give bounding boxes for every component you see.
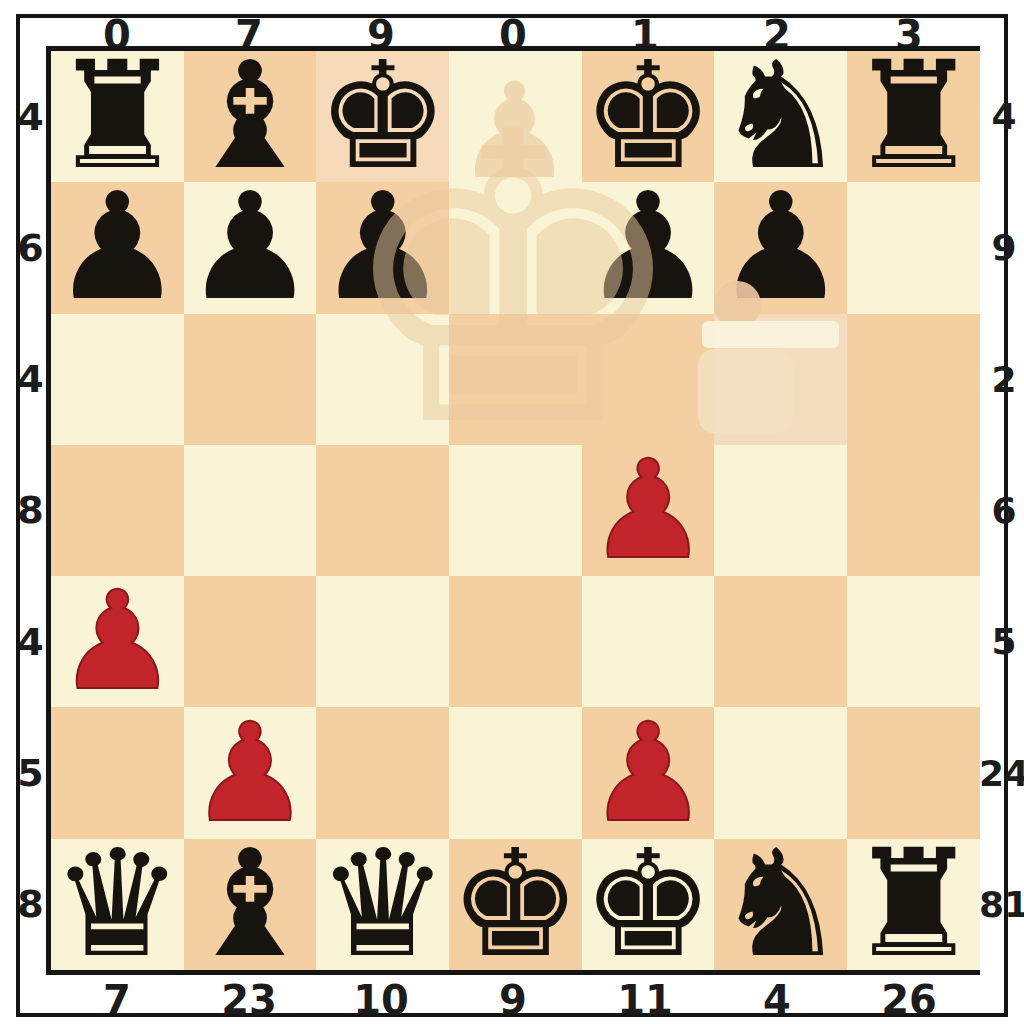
left-labels: 4648458 (15, 51, 46, 970)
square-r5c5[interactable] (582, 576, 715, 707)
black-knight-piece: ♞ (714, 51, 847, 182)
square-r2c7[interactable] (847, 182, 980, 313)
left-label-6: 5 (15, 707, 46, 838)
square-r1c4[interactable] (449, 51, 582, 182)
right-label-6: 24 (979, 707, 1024, 838)
square-r5c3[interactable] (316, 576, 449, 707)
square-r2c6[interactable]: ♟ (714, 182, 847, 313)
left-label-2: 6 (15, 182, 46, 313)
square-r5c2[interactable] (184, 576, 317, 707)
black-king-piece: ♚ (582, 51, 715, 182)
chess-diagram: 0790123 72310911426 4648458 492652481 ♜♝… (0, 0, 1024, 1024)
square-r7c6[interactable]: ♞ (714, 839, 847, 970)
square-r6c2[interactable]: ♟ (184, 707, 317, 838)
square-r3c1[interactable] (51, 314, 184, 445)
left-label-1: 4 (15, 51, 46, 182)
black-pawn-piece: ♟ (184, 182, 317, 313)
red-pawn-piece: ♟ (189, 708, 311, 839)
square-r4c4[interactable] (449, 445, 582, 576)
square-r6c1[interactable] (51, 707, 184, 838)
square-r3c7[interactable] (847, 314, 980, 445)
square-r4c5[interactable]: ♟ (582, 445, 715, 576)
left-label-3: 4 (15, 314, 46, 445)
black-queen-piece: ♛ (316, 839, 449, 970)
square-r6c3[interactable] (316, 707, 449, 838)
square-r2c3[interactable]: ♟ (316, 182, 449, 313)
black-pawn-piece: ♟ (316, 182, 449, 313)
square-r4c6[interactable] (714, 445, 847, 576)
top-labels: 0790123 (51, 12, 975, 46)
right-label-4: 6 (979, 445, 1024, 576)
square-r2c1[interactable]: ♟ (51, 182, 184, 313)
square-r1c2[interactable]: ♝ (184, 51, 317, 182)
square-r7c2[interactable]: ♝ (184, 839, 317, 970)
right-label-7: 81 (979, 839, 1024, 970)
square-r7c7[interactable]: ♜ (847, 839, 980, 970)
square-r7c1[interactable]: ♛ (51, 839, 184, 970)
bottom-label-5: 11 (579, 977, 711, 1023)
left-label-4: 8 (15, 445, 46, 576)
left-label-7: 8 (15, 839, 46, 970)
black-rook-piece: ♜ (51, 51, 184, 182)
black-queen-piece: ♛ (51, 839, 184, 970)
black-pawn-piece: ♟ (582, 182, 715, 313)
bottom-label-7: 26 (843, 977, 975, 1023)
square-r6c4[interactable] (449, 707, 582, 838)
square-r7c3[interactable]: ♛ (316, 839, 449, 970)
square-r1c6[interactable]: ♞ (714, 51, 847, 182)
right-labels: 492652481 (979, 51, 1019, 970)
square-r6c6[interactable] (714, 707, 847, 838)
bottom-label-2: 23 (183, 977, 315, 1023)
bottom-label-6: 4 (711, 977, 843, 1023)
square-r1c3[interactable]: ♚ (316, 51, 449, 182)
square-r4c1[interactable] (51, 445, 184, 576)
square-r5c6[interactable] (714, 576, 847, 707)
red-pawn-piece: ♟ (56, 576, 178, 707)
square-r2c5[interactable]: ♟ (582, 182, 715, 313)
black-pawn-piece: ♟ (51, 182, 184, 313)
left-label-5: 4 (15, 576, 46, 707)
bottom-labels: 72310911426 (51, 977, 975, 1017)
square-r3c4[interactable] (449, 314, 582, 445)
square-r1c7[interactable]: ♜ (847, 51, 980, 182)
black-rook-piece: ♜ (847, 51, 980, 182)
square-r1c5[interactable]: ♚ (582, 51, 715, 182)
black-king-piece: ♚ (316, 51, 449, 182)
black-bishop-piece: ♝ (184, 839, 317, 970)
square-r4c7[interactable] (847, 445, 980, 576)
square-r3c3[interactable] (316, 314, 449, 445)
square-r4c2[interactable] (184, 445, 317, 576)
bottom-label-4: 9 (447, 977, 579, 1023)
black-king-piece: ♚ (582, 839, 715, 970)
right-label-5: 5 (979, 576, 1024, 707)
right-label-2: 9 (979, 182, 1024, 313)
square-r5c7[interactable] (847, 576, 980, 707)
square-r5c1[interactable]: ♟ (51, 576, 184, 707)
bottom-label-1: 7 (51, 977, 183, 1023)
right-label-1: 4 (979, 51, 1024, 182)
black-king-piece: ♚ (449, 839, 582, 970)
square-r5c4[interactable] (449, 576, 582, 707)
red-pawn-piece: ♟ (587, 445, 709, 576)
square-r3c6[interactable] (714, 314, 847, 445)
black-rook-piece: ♜ (847, 839, 980, 970)
square-r4c3[interactable] (316, 445, 449, 576)
black-knight-piece: ♞ (714, 839, 847, 970)
square-r2c2[interactable]: ♟ (184, 182, 317, 313)
square-r6c5[interactable]: ♟ (582, 707, 715, 838)
board: ♜♝♚♚♞♜♟♟♟♟♟♟♟♟♟♛♝♛♚♚♞♜ ♟♚ (46, 46, 980, 975)
red-pawn-piece: ♟ (587, 708, 709, 839)
square-r3c5[interactable] (582, 314, 715, 445)
black-pawn-piece: ♟ (714, 182, 847, 313)
square-r7c4[interactable]: ♚ (449, 839, 582, 970)
board-grid: ♜♝♚♚♞♜♟♟♟♟♟♟♟♟♟♛♝♛♚♚♞♜ (51, 51, 975, 970)
bottom-label-3: 10 (315, 977, 447, 1023)
square-r3c2[interactable] (184, 314, 317, 445)
square-r7c5[interactable]: ♚ (582, 839, 715, 970)
square-r6c7[interactable] (847, 707, 980, 838)
right-label-3: 2 (979, 314, 1024, 445)
square-r2c4[interactable] (449, 182, 582, 313)
black-bishop-piece: ♝ (184, 51, 317, 182)
square-r1c1[interactable]: ♜ (51, 51, 184, 182)
